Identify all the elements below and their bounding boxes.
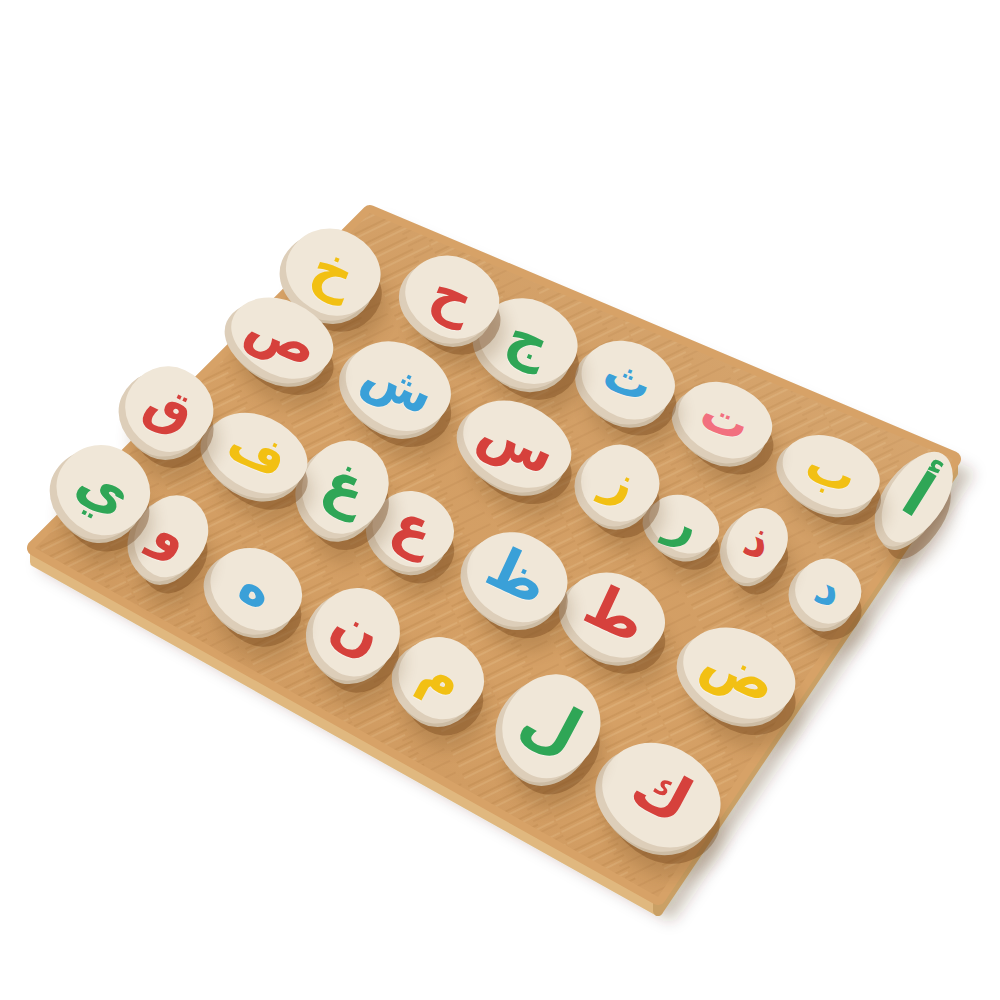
arabic-letter-tha: ث xyxy=(597,347,660,410)
arabic-letter-ain: ع xyxy=(385,494,443,561)
arabic-letter-fa: ف xyxy=(221,416,295,486)
arabic-letter-alif: أ xyxy=(893,463,944,527)
product-photo: أبتثجحخدذرزسشصضطظعغفقكلمنهوي xyxy=(0,0,1000,1000)
piece-ha[interactable]: ه xyxy=(196,532,316,645)
piece-dal[interactable]: د xyxy=(785,548,872,634)
piece-alif[interactable]: أ xyxy=(867,440,967,554)
arabic-letter-ghain: غ xyxy=(316,451,376,520)
arabic-letter-dhal: ذ xyxy=(737,515,778,567)
arabic-letter-tah: ط xyxy=(576,574,655,652)
arabic-letter-kaf: ك xyxy=(622,753,701,834)
arabic-letter-zay: ز xyxy=(597,452,644,509)
piece-sin[interactable]: س xyxy=(449,384,584,504)
arabic-letter-shin: ش xyxy=(355,345,442,422)
arabic-letter-sin: س xyxy=(471,400,565,483)
arabic-letter-hha: ح xyxy=(424,262,482,329)
piece-dad[interactable]: ض xyxy=(669,610,810,735)
arabic-letter-dad: ض xyxy=(694,630,786,713)
arabic-letter-ta: ت xyxy=(694,387,757,450)
letter-pieces-layer: أبتثجحخدذرزسشصضطظعغفقكلمنهوي xyxy=(0,0,1000,1000)
piece-ta[interactable]: ت xyxy=(667,369,783,472)
piece-shin[interactable]: ش xyxy=(331,325,464,447)
arabic-letter-dal: د xyxy=(808,563,849,615)
arabic-letter-mim: م xyxy=(412,643,472,709)
arabic-letter-nun: ن xyxy=(323,594,391,666)
piece-lam[interactable]: ل xyxy=(484,657,617,794)
arabic-letter-kha: خ xyxy=(305,237,363,304)
arabic-letter-ya: ي xyxy=(68,451,140,525)
piece-nun[interactable]: ن xyxy=(297,573,414,691)
arabic-letter-ra: ر xyxy=(661,493,708,550)
arabic-letter-lam: ل xyxy=(512,683,591,766)
piece-dhal[interactable]: ذ xyxy=(716,498,799,588)
piece-zah[interactable]: ظ xyxy=(453,516,582,637)
arabic-letter-ba: ب xyxy=(799,438,864,503)
piece-ba[interactable]: ب xyxy=(772,422,890,523)
arabic-letter-qaf: ق xyxy=(138,374,202,441)
piece-tha[interactable]: ث xyxy=(570,327,686,432)
arabic-letter-waw: و xyxy=(145,504,198,565)
arabic-letter-zah: ظ xyxy=(478,536,557,614)
piece-tah[interactable]: ط xyxy=(552,557,678,673)
arabic-letter-jim: ج xyxy=(500,306,558,373)
piece-kaf[interactable]: ك xyxy=(584,723,738,867)
piece-mim[interactable]: م xyxy=(384,622,497,733)
arabic-letter-ha: ه xyxy=(231,557,283,617)
